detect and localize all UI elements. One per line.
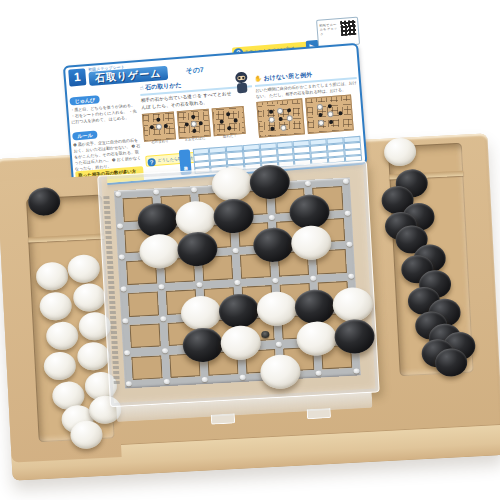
intersection-peg [160, 316, 166, 321]
intersection-peg [240, 375, 246, 380]
mini-diagram: とおせんぼに [177, 108, 211, 138]
board-cell [131, 355, 162, 380]
intersection-peg [310, 276, 316, 281]
intersection-peg [153, 189, 159, 194]
ninja-mascot-icon [233, 71, 251, 94]
mini-diagram [305, 94, 354, 133]
intersection-peg [196, 282, 202, 287]
clear-go-board [97, 161, 379, 428]
step-number: 1 [68, 68, 86, 86]
intersection-peg [115, 191, 121, 196]
board-grid [114, 178, 361, 389]
intersection-peg [234, 280, 240, 285]
qr-caption: 動画で ルールを チェック [319, 22, 340, 37]
tray-front-face [11, 424, 500, 481]
mini-diagram [256, 98, 305, 137]
intersection-peg [119, 255, 125, 260]
intersection-peg [343, 179, 349, 184]
intersection-peg [269, 215, 275, 220]
badge-rule: ルール [72, 131, 98, 141]
mini-diagram: 取れた！ [212, 106, 246, 136]
column-preparation-rules: じゅんび ・黒と白、どちらを使うか決める。 ・石をシートのわくに入れる。 ・先に… [69, 84, 144, 183]
intersection-peg [191, 187, 197, 192]
intersection-peg [272, 278, 278, 283]
instruction-leaflet: ? このシートのつかい方は… ▶ 動画で ルールを チェック 1 初級ステップシ… [59, 12, 376, 188]
junbi-text: ・黒と白、どちらを使うか決める。 ・石をシートのわくに入れる。 ・先に打つ人を決… [70, 102, 139, 125]
intersection-peg [348, 274, 354, 279]
badge-junbi: じゅんび [69, 95, 100, 105]
mini-diagram: 石のまわり [142, 111, 176, 141]
leaflet-title-suffix: その7 [185, 65, 204, 76]
qr-code [340, 20, 356, 36]
intersection-peg [202, 377, 208, 382]
intersection-peg [305, 181, 311, 186]
intersection-peg [353, 369, 359, 374]
intersection-peg [158, 284, 164, 289]
board-front-tab [211, 413, 236, 424]
intersection-peg [122, 318, 128, 323]
intersection-peg [126, 381, 132, 386]
intersection-peg [120, 286, 126, 291]
intersection-peg [164, 379, 170, 384]
intersection-peg [315, 371, 321, 376]
intersection-peg [162, 347, 168, 352]
board-cell [128, 292, 159, 317]
product-photo-go-capture-game: ? このシートのつかい方は… ▶ 動画で ルールを チェック 1 初級ステップシ… [0, 0, 500, 500]
intersection-peg [345, 210, 351, 215]
intersection-peg [346, 242, 352, 247]
intersection-peg [276, 341, 282, 346]
board-cell [130, 323, 161, 348]
intersection-peg [124, 350, 130, 355]
board-front-tab [307, 408, 332, 419]
intersection-peg [232, 248, 238, 253]
intersection-peg [117, 223, 123, 228]
